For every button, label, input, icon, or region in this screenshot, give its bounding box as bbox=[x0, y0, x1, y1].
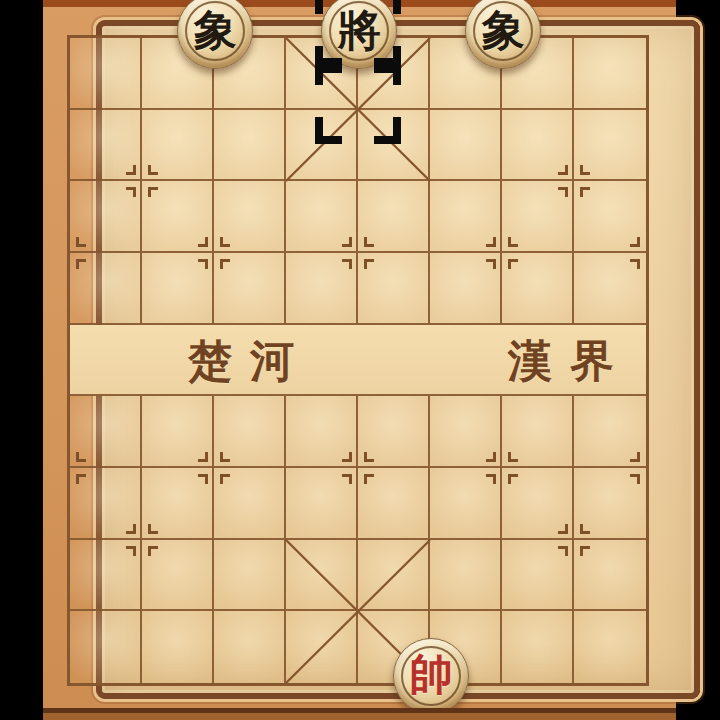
piece-red-general[interactable]: 帥 bbox=[393, 638, 469, 714]
point-marker-corner bbox=[220, 474, 230, 484]
point-marker-corner bbox=[220, 259, 230, 269]
point-marker-corner bbox=[148, 546, 158, 556]
point-marker-corner bbox=[630, 474, 640, 484]
point-marker-corner bbox=[486, 452, 496, 462]
point-marker-corner bbox=[508, 474, 518, 484]
point-marker-corner bbox=[508, 259, 518, 269]
point-marker-corner bbox=[76, 474, 86, 484]
point-marker-corner bbox=[76, 237, 86, 247]
point-marker-corner bbox=[342, 237, 352, 247]
bracket-corner bbox=[315, 117, 342, 144]
point-marker-corner bbox=[198, 474, 208, 484]
point-marker-corner bbox=[342, 259, 352, 269]
piece-black-general[interactable]: 將 bbox=[321, 0, 397, 69]
pieces-overlay: 象將象帥 bbox=[43, 0, 676, 720]
piece-glyph: 象 bbox=[194, 9, 237, 52]
point-marker-corner bbox=[486, 259, 496, 269]
point-marker-corner bbox=[198, 237, 208, 247]
bottom-edge-strip bbox=[43, 708, 676, 720]
bracket-corner bbox=[374, 117, 401, 144]
selection-bracket-to bbox=[315, 58, 401, 144]
point-marker-corner bbox=[126, 546, 136, 556]
board-panel: 楚河 漢界 象將象帥 bbox=[43, 0, 676, 720]
piece-glyph: 將 bbox=[338, 9, 381, 52]
point-marker-corner bbox=[630, 259, 640, 269]
point-marker-corner bbox=[580, 165, 590, 175]
xiangqi-app-screen: 楚河 漢界 象將象帥 bbox=[0, 0, 720, 720]
point-marker-corner bbox=[342, 474, 352, 484]
point-marker-corner bbox=[558, 524, 568, 534]
point-marker-corner bbox=[220, 237, 230, 247]
point-marker-corner bbox=[198, 452, 208, 462]
piece-glyph: 帥 bbox=[410, 653, 453, 696]
point-marker-corner bbox=[580, 187, 590, 197]
point-marker-corner bbox=[486, 474, 496, 484]
point-marker-corner bbox=[126, 165, 136, 175]
point-marker-corner bbox=[148, 524, 158, 534]
point-marker-corner bbox=[508, 237, 518, 247]
point-marker-corner bbox=[364, 237, 374, 247]
point-marker-corner bbox=[76, 452, 86, 462]
point-marker-corner bbox=[342, 452, 352, 462]
point-marker-corner bbox=[630, 452, 640, 462]
point-marker-corner bbox=[508, 452, 518, 462]
point-marker-corner bbox=[220, 452, 230, 462]
point-marker-corner bbox=[76, 259, 86, 269]
point-marker-corner bbox=[364, 259, 374, 269]
point-marker-corner bbox=[580, 524, 590, 534]
piece-black-elephant[interactable]: 象 bbox=[465, 0, 541, 69]
piece-black-elephant[interactable]: 象 bbox=[177, 0, 253, 69]
point-marker-corner bbox=[148, 187, 158, 197]
piece-glyph: 象 bbox=[482, 9, 525, 52]
point-marker-corner bbox=[630, 237, 640, 247]
point-marker-corner bbox=[558, 546, 568, 556]
point-marker-corner bbox=[486, 237, 496, 247]
point-marker-corner bbox=[198, 259, 208, 269]
point-marker-corner bbox=[558, 165, 568, 175]
point-marker-corner bbox=[364, 452, 374, 462]
point-marker-corner bbox=[148, 165, 158, 175]
point-marker-corner bbox=[558, 187, 568, 197]
point-marker-corner bbox=[364, 474, 374, 484]
point-marker-corner bbox=[126, 524, 136, 534]
point-marker-corner bbox=[580, 546, 590, 556]
point-marker-corner bbox=[126, 187, 136, 197]
